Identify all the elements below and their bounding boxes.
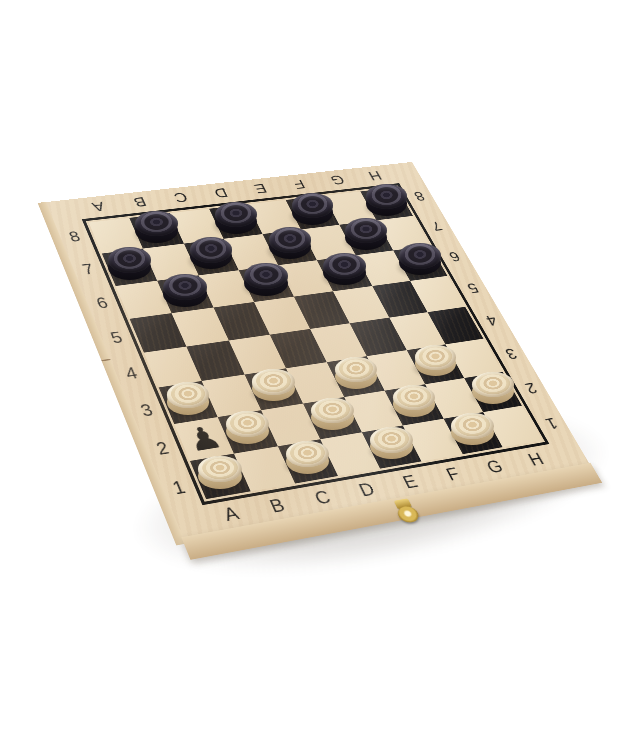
- product-photo-stage: ABCDEFGH ABCDEFGH 87654321 87654321 ♟: [0, 0, 624, 750]
- brass-clasp: [387, 497, 427, 526]
- fold-seam: [101, 359, 110, 362]
- checkers-board: ABCDEFGH ABCDEFGH 87654321 87654321 ♟: [46, 162, 589, 537]
- clasp-knob: [395, 505, 422, 524]
